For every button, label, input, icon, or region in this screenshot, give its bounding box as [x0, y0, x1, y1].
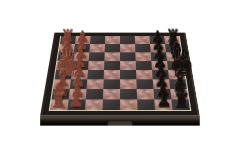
square-d5 — [120, 61, 136, 70]
chess-piece-white-pawn-h2: ♟ — [67, 93, 85, 111]
square-f4 — [103, 79, 120, 89]
square-e4 — [104, 70, 120, 79]
chess-piece-black-pawn-h7: ♟ — [155, 93, 173, 111]
rook-glyph: ♜ — [173, 91, 191, 111]
square-a5 — [120, 36, 135, 44]
chess-piece-white-rook-h1: ♜ — [50, 91, 68, 111]
square-a7 — [149, 36, 165, 44]
chess-piece-black-rook-h8: ♜ — [173, 91, 191, 111]
square-e5 — [120, 70, 136, 79]
chess-set: ♜♟♟♜♞♟♟♞♝♟♟♝♛♟♟♛♚♟♟♚♝♟♟♝♞♟♟♞♜♟♟♜ — [40, 32, 200, 115]
square-f6 — [136, 79, 153, 89]
square-e6 — [136, 70, 153, 79]
square-a6 — [135, 36, 150, 44]
square-b4 — [105, 44, 120, 52]
product-photo: ♜♟♟♜♞♟♟♞♝♟♟♝♛♟♟♛♚♟♟♚♝♟♟♝♞♟♟♞♜♟♟♜ — [0, 0, 240, 150]
square-c5 — [120, 52, 136, 61]
square-b3 — [89, 44, 105, 52]
pawn-glyph: ♟ — [67, 93, 85, 111]
square-g5 — [120, 89, 137, 99]
square-h4 — [102, 99, 120, 110]
square-g3 — [86, 89, 104, 99]
square-f3 — [87, 79, 104, 89]
square-a2 — [75, 36, 91, 44]
square-a1 — [60, 36, 76, 44]
square-c3 — [89, 52, 105, 61]
square-c6 — [135, 52, 151, 61]
square-d3 — [88, 61, 104, 70]
square-a4 — [105, 36, 120, 44]
rook-glyph: ♜ — [50, 91, 68, 111]
square-a8 — [164, 36, 180, 44]
drawer-notch — [108, 121, 132, 125]
square-b5 — [120, 44, 135, 52]
square-f5 — [120, 79, 137, 89]
square-g4 — [103, 89, 120, 99]
square-h5 — [120, 99, 138, 110]
square-c4 — [104, 52, 120, 61]
square-a3 — [90, 36, 105, 44]
square-h3 — [85, 99, 103, 110]
square-d4 — [104, 61, 120, 70]
square-g6 — [137, 89, 155, 99]
square-b7 — [150, 44, 166, 52]
square-h6 — [137, 99, 155, 110]
board-front-edge — [40, 116, 200, 126]
square-c7 — [151, 52, 167, 61]
square-d6 — [136, 61, 152, 70]
pawn-glyph: ♟ — [155, 93, 173, 111]
square-b6 — [135, 44, 151, 52]
square-e3 — [87, 70, 104, 79]
